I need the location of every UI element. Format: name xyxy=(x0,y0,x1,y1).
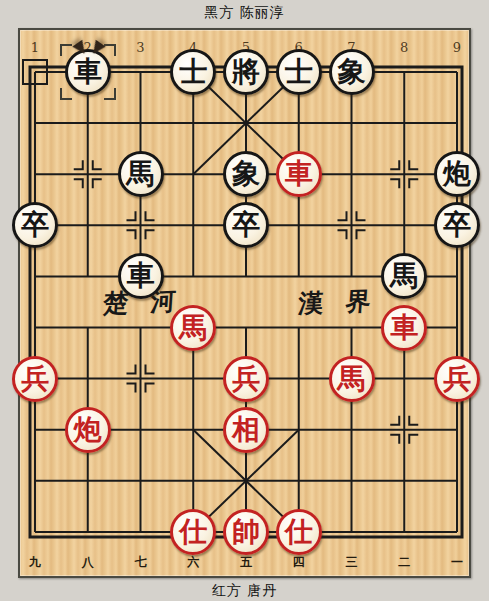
piece-black-elephant[interactable]: 象 xyxy=(329,49,375,95)
file-label-bottom-6: 四 xyxy=(293,554,305,571)
board-grid xyxy=(20,30,469,576)
piece-red-soldier[interactable]: 兵 xyxy=(434,356,480,402)
piece-red-general[interactable]: 帥 xyxy=(223,509,269,555)
file-label-bottom-9: 一 xyxy=(451,554,463,571)
bracket-corner-tl xyxy=(60,44,72,56)
piece-red-horse[interactable]: 馬 xyxy=(170,305,216,351)
file-label-bottom-4: 六 xyxy=(187,554,199,571)
red-player-label: 红方 唐丹 xyxy=(0,582,489,600)
piece-red-horse[interactable]: 馬 xyxy=(329,356,375,402)
file-label-bottom-7: 三 xyxy=(346,554,358,571)
piece-black-elephant[interactable]: 象 xyxy=(223,151,269,197)
piece-red-advisor[interactable]: 仕 xyxy=(276,509,322,555)
file-label-top-9: 9 xyxy=(453,40,461,55)
piece-black-chariot[interactable]: 車 xyxy=(118,253,164,299)
xiangqi-board[interactable]: 123456789九八七六五四三二一楚河漢界車士將士象馬象車炮卒卒卒車馬馬車兵兵… xyxy=(18,28,471,578)
piece-black-advisor[interactable]: 士 xyxy=(276,49,322,95)
file-label-bottom-1: 九 xyxy=(29,554,41,571)
piece-red-advisor[interactable]: 仕 xyxy=(170,509,216,555)
piece-black-horse[interactable]: 馬 xyxy=(118,151,164,197)
bracket-corner-bl xyxy=(60,88,72,100)
bracket-corner-br xyxy=(104,88,116,100)
piece-red-chariot[interactable]: 車 xyxy=(381,305,427,351)
piece-red-cannon[interactable]: 炮 xyxy=(65,407,111,453)
selected-piece-brackets xyxy=(60,44,116,100)
file-label-top-1: 1 xyxy=(31,40,39,55)
file-label-top-3: 3 xyxy=(136,40,144,55)
piece-black-cannon[interactable]: 炮 xyxy=(434,151,480,197)
file-label-bottom-8: 二 xyxy=(398,554,410,571)
file-label-bottom-2: 八 xyxy=(82,554,94,571)
piece-black-general[interactable]: 將 xyxy=(223,49,269,95)
piece-black-soldier[interactable]: 卒 xyxy=(434,202,480,248)
piece-red-elephant[interactable]: 相 xyxy=(223,407,269,453)
file-label-bottom-5: 五 xyxy=(240,554,252,571)
piece-black-soldier[interactable]: 卒 xyxy=(223,202,269,248)
piece-black-soldier[interactable]: 卒 xyxy=(12,202,58,248)
river-text-right: 漢界 xyxy=(286,284,394,321)
piece-red-chariot[interactable]: 車 xyxy=(276,151,322,197)
black-player-label: 黑方 陈丽淳 xyxy=(0,4,489,22)
file-label-bottom-3: 七 xyxy=(135,554,147,571)
piece-black-advisor[interactable]: 士 xyxy=(170,49,216,95)
last-move-from-marker xyxy=(22,59,48,85)
file-label-top-8: 8 xyxy=(400,40,408,55)
piece-red-soldier[interactable]: 兵 xyxy=(12,356,58,402)
piece-red-soldier[interactable]: 兵 xyxy=(223,356,269,402)
